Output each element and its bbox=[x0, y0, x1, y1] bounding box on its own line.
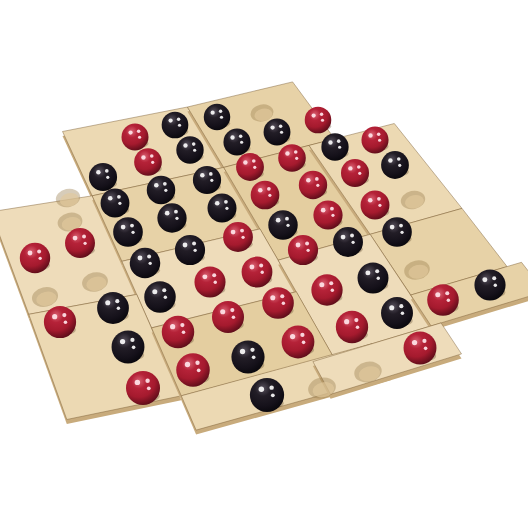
marble-highlight-dot bbox=[164, 189, 167, 192]
marble-highlight-dot bbox=[306, 249, 309, 252]
marble-highlight-dot bbox=[316, 184, 319, 187]
marble-highlight-dot bbox=[306, 178, 311, 183]
black-marble[interactable] bbox=[175, 235, 205, 265]
red-marble[interactable] bbox=[341, 159, 369, 187]
black-marble[interactable] bbox=[147, 176, 176, 205]
marble-highlight-dot bbox=[276, 218, 281, 223]
marble-highlight-dot bbox=[494, 284, 497, 287]
black-marble[interactable] bbox=[381, 297, 413, 329]
black-marble[interactable] bbox=[193, 166, 221, 194]
marble-highlight-dot bbox=[149, 262, 152, 265]
black-marble[interactable] bbox=[333, 227, 363, 257]
marble-highlight-dot bbox=[282, 302, 285, 305]
marble-highlight-dot bbox=[401, 312, 405, 316]
marble-highlight-dot bbox=[259, 263, 263, 267]
red-marble[interactable] bbox=[313, 200, 342, 229]
red-marble[interactable] bbox=[311, 274, 342, 305]
red-marble[interactable] bbox=[361, 191, 390, 220]
marble-highlight-dot bbox=[225, 207, 228, 210]
black-marble[interactable] bbox=[97, 292, 129, 324]
marble-highlight-dot bbox=[231, 230, 236, 235]
marble-highlight-dot bbox=[348, 166, 352, 170]
marble-highlight-dot bbox=[163, 182, 167, 186]
marble-highlight-dot bbox=[280, 294, 284, 298]
marble-highlight-dot bbox=[241, 236, 244, 239]
marble-highlight-dot bbox=[445, 291, 449, 295]
marble-highlight-dot bbox=[424, 347, 428, 351]
marble-highlight-dot bbox=[243, 160, 247, 164]
marble-highlight-dot bbox=[331, 289, 334, 292]
marble-highlight-dot bbox=[357, 165, 361, 169]
red-marble[interactable] bbox=[305, 107, 332, 134]
marble-highlight-dot bbox=[285, 151, 289, 155]
marble-highlight-dot bbox=[105, 169, 109, 173]
marble-highlight-dot bbox=[165, 211, 170, 216]
marble-highlight-dot bbox=[150, 154, 154, 158]
marble-highlight-dot bbox=[389, 305, 394, 310]
marble-highlight-dot bbox=[331, 214, 334, 217]
marble-highlight-dot bbox=[192, 142, 196, 146]
black-marble[interactable] bbox=[204, 104, 230, 130]
marble-highlight-dot bbox=[240, 141, 243, 144]
marble-highlight-dot bbox=[399, 224, 403, 228]
marble-highlight-dot bbox=[290, 334, 295, 339]
marble-highlight-dot bbox=[177, 118, 180, 121]
marble-highlight-dot bbox=[286, 224, 289, 227]
black-marble[interactable] bbox=[223, 128, 250, 155]
black-marble[interactable] bbox=[144, 281, 175, 312]
marble-highlight-dot bbox=[305, 242, 309, 246]
marble-highlight-dot bbox=[302, 341, 306, 345]
red-marble[interactable] bbox=[251, 181, 280, 210]
marble-highlight-dot bbox=[270, 125, 274, 129]
marble-highlight-dot bbox=[178, 124, 181, 127]
marble-highlight-dot bbox=[219, 110, 222, 113]
marble-highlight-dot bbox=[211, 111, 215, 115]
red-marble[interactable] bbox=[242, 257, 273, 288]
marble-highlight-dot bbox=[195, 361, 199, 365]
marble-highlight-dot bbox=[329, 281, 333, 285]
marble-highlight-dot bbox=[252, 159, 256, 163]
marble-highlight-dot bbox=[183, 243, 188, 248]
marble-highlight-dot bbox=[185, 362, 190, 367]
marble-highlight-dot bbox=[28, 251, 33, 256]
marble-highlight-dot bbox=[397, 157, 401, 161]
red-marble[interactable] bbox=[176, 353, 210, 387]
red-marble[interactable] bbox=[162, 316, 194, 348]
marble-highlight-dot bbox=[108, 196, 113, 201]
black-marble[interactable] bbox=[474, 269, 505, 300]
black-marble[interactable] bbox=[130, 248, 161, 279]
marble-highlight-dot bbox=[192, 242, 196, 246]
marble-highlight-dot bbox=[294, 150, 298, 154]
red-marble[interactable] bbox=[288, 235, 318, 265]
marble-highlight-dot bbox=[121, 225, 126, 230]
red-marble[interactable] bbox=[336, 311, 368, 343]
marble-highlight-dot bbox=[82, 235, 86, 239]
marble-highlight-dot bbox=[73, 236, 78, 241]
marble-highlight-dot bbox=[270, 295, 275, 300]
black-marble[interactable] bbox=[381, 151, 409, 179]
marble-highlight-dot bbox=[268, 194, 271, 197]
black-marble[interactable] bbox=[231, 340, 264, 373]
black-marble[interactable] bbox=[112, 331, 145, 364]
black-marble[interactable] bbox=[89, 163, 117, 191]
marble-highlight-dot bbox=[132, 346, 136, 350]
black-marble[interactable] bbox=[157, 203, 186, 232]
marble-highlight-dot bbox=[202, 274, 207, 279]
marble-highlight-dot bbox=[120, 339, 125, 344]
marble-highlight-dot bbox=[175, 217, 178, 220]
marble-highlight-dot bbox=[280, 131, 283, 134]
red-marble[interactable] bbox=[44, 306, 76, 338]
marble-highlight-dot bbox=[311, 113, 315, 117]
marble-highlight-dot bbox=[38, 257, 41, 260]
marble-highlight-dot bbox=[344, 319, 349, 324]
marble-highlight-dot bbox=[492, 276, 496, 280]
black-marble[interactable] bbox=[113, 217, 143, 247]
marble-highlight-dot bbox=[105, 300, 110, 305]
marble-highlight-dot bbox=[253, 166, 256, 169]
marble-highlight-dot bbox=[214, 281, 217, 284]
marble-highlight-dot bbox=[193, 149, 196, 152]
marble-highlight-dot bbox=[267, 187, 271, 191]
black-marble[interactable] bbox=[358, 263, 389, 294]
black-marble[interactable] bbox=[176, 136, 203, 163]
marble-highlight-dot bbox=[232, 316, 236, 320]
red-marble[interactable] bbox=[299, 171, 327, 199]
marble-highlight-dot bbox=[378, 204, 381, 207]
marble-highlight-dot bbox=[209, 172, 213, 176]
marble-highlight-dot bbox=[315, 177, 319, 181]
marble-highlight-dot bbox=[350, 234, 354, 238]
marble-highlight-dot bbox=[249, 264, 254, 269]
marble-highlight-dot bbox=[482, 277, 487, 282]
marble-highlight-dot bbox=[321, 208, 326, 213]
marble-highlight-dot bbox=[422, 339, 426, 343]
black-marble[interactable] bbox=[162, 112, 189, 139]
marble-highlight-dot bbox=[220, 116, 223, 119]
marble-highlight-dot bbox=[220, 309, 225, 314]
marble-highlight-dot bbox=[435, 292, 440, 297]
marble-highlight-dot bbox=[321, 119, 324, 122]
red-marble[interactable] bbox=[282, 326, 315, 359]
red-marble[interactable] bbox=[126, 371, 160, 405]
red-marble[interactable] bbox=[20, 243, 50, 273]
marble-highlight-dot bbox=[137, 129, 141, 133]
marble-highlight-dot bbox=[388, 158, 392, 162]
marble-highlight-dot bbox=[377, 197, 381, 201]
marble-highlight-dot bbox=[168, 118, 172, 122]
marble-highlight-dot bbox=[215, 201, 220, 206]
marble-highlight-dot bbox=[377, 132, 381, 136]
marble-highlight-dot bbox=[400, 231, 403, 234]
marble-highlight-dot bbox=[174, 210, 178, 214]
marble-highlight-dot bbox=[258, 188, 263, 193]
marble-highlight-dot bbox=[197, 368, 201, 372]
marble-highlight-dot bbox=[338, 146, 341, 149]
board-photo bbox=[0, 0, 528, 528]
marble-highlight-dot bbox=[83, 242, 86, 245]
marble-highlight-dot bbox=[130, 338, 134, 342]
marble-highlight-dot bbox=[154, 183, 159, 188]
marble-highlight-dot bbox=[319, 282, 324, 287]
marble-highlight-dot bbox=[193, 249, 196, 252]
red-marble[interactable] bbox=[223, 222, 253, 252]
black-marble[interactable] bbox=[382, 217, 412, 247]
marble-highlight-dot bbox=[412, 340, 417, 345]
marble-highlight-dot bbox=[368, 133, 372, 137]
marble-highlight-dot bbox=[62, 313, 66, 317]
marble-highlight-dot bbox=[240, 229, 244, 233]
marble-highlight-dot bbox=[378, 139, 381, 142]
marble-highlight-dot bbox=[341, 235, 346, 240]
marble-highlight-dot bbox=[162, 288, 166, 292]
marble-highlight-dot bbox=[164, 296, 167, 299]
marble-highlight-dot bbox=[224, 200, 228, 204]
marble-highlight-dot bbox=[447, 299, 450, 302]
marble-highlight-dot bbox=[259, 387, 264, 392]
marble-highlight-dot bbox=[356, 326, 360, 330]
red-marble[interactable] bbox=[236, 153, 264, 181]
marble-highlight-dot bbox=[130, 224, 134, 228]
marble-highlight-dot bbox=[271, 393, 275, 397]
marble-highlight-dot bbox=[399, 304, 403, 308]
black-marble[interactable] bbox=[207, 193, 236, 222]
marble-highlight-dot bbox=[398, 164, 401, 167]
marble-highlight-dot bbox=[210, 179, 213, 182]
marble-highlight-dot bbox=[52, 314, 57, 319]
marble-highlight-dot bbox=[135, 380, 140, 385]
marble-highlight-dot bbox=[239, 134, 243, 138]
black-marble[interactable] bbox=[321, 133, 348, 160]
marble-highlight-dot bbox=[320, 113, 323, 116]
marble-highlight-dot bbox=[285, 217, 289, 221]
marble-highlight-dot bbox=[212, 273, 216, 277]
red-marble[interactable] bbox=[194, 266, 225, 297]
marble-highlight-dot bbox=[183, 143, 187, 147]
marble-highlight-dot bbox=[115, 299, 119, 303]
marble-highlight-dot bbox=[358, 172, 361, 175]
marble-highlight-dot bbox=[368, 198, 373, 203]
red-marble[interactable] bbox=[121, 123, 148, 150]
red-marble[interactable] bbox=[262, 287, 294, 319]
marble-highlight-dot bbox=[279, 124, 282, 127]
marble-highlight-dot bbox=[118, 202, 121, 205]
marble-highlight-dot bbox=[182, 331, 186, 335]
marble-highlight-dot bbox=[145, 378, 149, 382]
marble-highlight-dot bbox=[117, 307, 120, 310]
marble-highlight-dot bbox=[252, 356, 256, 360]
marble-highlight-dot bbox=[230, 308, 234, 312]
marble-highlight-dot bbox=[377, 277, 380, 280]
marble-highlight-dot bbox=[296, 243, 301, 248]
marble-highlight-dot bbox=[180, 323, 184, 327]
marble-highlight-dot bbox=[354, 318, 358, 322]
marble-highlight-dot bbox=[390, 225, 395, 230]
marble-highlight-dot bbox=[152, 289, 157, 294]
red-marble[interactable] bbox=[65, 228, 95, 258]
marble-highlight-dot bbox=[64, 321, 68, 325]
black-marble[interactable] bbox=[250, 378, 284, 412]
marble-highlight-dot bbox=[300, 333, 304, 337]
marble-highlight-dot bbox=[200, 173, 205, 178]
marble-highlight-dot bbox=[141, 155, 145, 159]
marble-highlight-dot bbox=[147, 254, 151, 258]
marble-highlight-dot bbox=[337, 139, 341, 143]
marble-highlight-dot bbox=[375, 269, 379, 273]
red-marble[interactable] bbox=[212, 301, 244, 333]
marble-highlight-dot bbox=[37, 249, 41, 253]
marble-highlight-dot bbox=[128, 130, 132, 134]
marble-highlight-dot bbox=[351, 241, 354, 244]
marble-highlight-dot bbox=[250, 348, 254, 352]
game-board-svg bbox=[0, 0, 528, 528]
marble-highlight-dot bbox=[295, 157, 298, 160]
marble-highlight-dot bbox=[269, 385, 273, 389]
marble-highlight-dot bbox=[138, 256, 143, 261]
black-marble[interactable] bbox=[268, 210, 297, 239]
black-marble[interactable] bbox=[264, 119, 291, 146]
marble-highlight-dot bbox=[151, 161, 154, 164]
marble-highlight-dot bbox=[131, 231, 134, 234]
marble-highlight-dot bbox=[117, 195, 121, 199]
marble-highlight-dot bbox=[261, 271, 264, 274]
red-marble[interactable] bbox=[278, 144, 306, 172]
red-marble[interactable] bbox=[361, 126, 388, 153]
marble-highlight-dot bbox=[330, 207, 334, 211]
red-marble[interactable] bbox=[427, 284, 459, 316]
marble-highlight-dot bbox=[230, 135, 234, 139]
marble-highlight-dot bbox=[147, 386, 151, 390]
marble-highlight-dot bbox=[138, 136, 141, 139]
marble-highlight-dot bbox=[240, 349, 245, 354]
marble-highlight-dot bbox=[106, 176, 109, 179]
marble-highlight-dot bbox=[170, 324, 175, 329]
marble-highlight-dot bbox=[328, 140, 332, 144]
black-marble[interactable] bbox=[101, 189, 130, 218]
red-marble[interactable] bbox=[404, 332, 437, 365]
marble-highlight-dot bbox=[365, 270, 370, 275]
marble-highlight-dot bbox=[96, 170, 101, 175]
red-marble[interactable] bbox=[134, 148, 162, 176]
